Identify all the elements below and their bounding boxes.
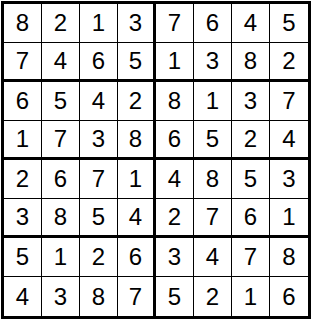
cell-r2c5[interactable]: 1 [156,43,194,82]
cell-digit: 2 [282,49,295,73]
cell-r6c4[interactable]: 4 [118,199,156,238]
cell-r6c2[interactable]: 8 [42,199,80,238]
cell-digit: 2 [92,245,105,269]
cell-digit: 6 [282,285,295,309]
cell-digit: 3 [282,167,295,191]
cell-r2c6[interactable]: 3 [194,43,232,82]
cell-digit: 1 [168,49,181,73]
cell-r6c6[interactable]: 7 [194,199,232,238]
cell-r8c1[interactable]: 4 [4,277,42,316]
cell-r1c1[interactable]: 8 [4,4,42,43]
cell-r4c1[interactable]: 1 [4,121,42,160]
cell-digit: 8 [92,285,105,309]
cell-r3c8[interactable]: 7 [270,82,308,121]
cell-r7c8[interactable]: 8 [270,238,308,277]
cell-digit: 7 [244,245,257,269]
cell-r7c1[interactable]: 5 [4,238,42,277]
cell-digit: 8 [244,49,257,73]
cell-digit: 6 [92,49,105,73]
cell-r2c7[interactable]: 8 [232,43,270,82]
cell-digit: 8 [129,127,142,151]
cell-digit: 2 [244,127,257,151]
cell-r5c2[interactable]: 6 [42,160,80,199]
cell-digit: 3 [129,11,142,35]
cell-r7c6[interactable]: 4 [194,238,232,277]
cell-r4c6[interactable]: 5 [194,121,232,160]
cell-r1c3[interactable]: 1 [80,4,118,43]
cell-digit: 8 [282,245,295,269]
cell-digit: 6 [54,167,67,191]
cell-digit: 6 [244,205,257,229]
cell-digit: 1 [244,285,257,309]
sudoku-board: 8213764574651382654281371738652426714853… [1,1,311,319]
cell-r6c1[interactable]: 3 [4,199,42,238]
cell-digit: 1 [16,127,29,151]
cell-digit: 3 [54,285,67,309]
cell-digit: 3 [16,205,29,229]
cell-digit: 7 [92,167,105,191]
cell-r6c8[interactable]: 1 [270,199,308,238]
cell-digit: 7 [206,205,219,229]
cell-r2c2[interactable]: 4 [42,43,80,82]
cell-r2c1[interactable]: 7 [4,43,42,82]
cell-digit: 1 [206,89,219,113]
cell-digit: 7 [129,285,142,309]
cell-r1c2[interactable]: 2 [42,4,80,43]
cell-r4c3[interactable]: 3 [80,121,118,160]
cell-digit: 2 [168,205,181,229]
cell-r8c5[interactable]: 5 [156,277,194,316]
cell-digit: 3 [206,49,219,73]
cell-digit: 5 [206,127,219,151]
cell-digit: 4 [244,11,257,35]
cell-digit: 2 [206,285,219,309]
cell-r3c6[interactable]: 1 [194,82,232,121]
cell-digit: 5 [92,205,105,229]
cell-digit: 4 [16,285,29,309]
cell-r2c4[interactable]: 5 [118,43,156,82]
cell-r1c8[interactable]: 5 [270,4,308,43]
cell-digit: 2 [16,167,29,191]
cell-digit: 2 [54,11,67,35]
cell-digit: 4 [206,245,219,269]
cell-digit: 8 [54,205,67,229]
cell-r7c4[interactable]: 6 [118,238,156,277]
cell-r7c7[interactable]: 7 [232,238,270,277]
cell-r6c7[interactable]: 6 [232,199,270,238]
cell-r6c3[interactable]: 5 [80,199,118,238]
cell-r8c8[interactable]: 6 [270,277,308,316]
cell-r3c7[interactable]: 3 [232,82,270,121]
cell-digit: 3 [168,245,181,269]
cell-digit: 7 [54,127,67,151]
cell-r1c4[interactable]: 3 [118,4,156,43]
cell-r4c2[interactable]: 7 [42,121,80,160]
cell-digit: 4 [282,127,295,151]
cell-r4c5[interactable]: 6 [156,121,194,160]
cell-digit: 8 [16,11,29,35]
cell-digit: 3 [244,89,257,113]
cell-digit: 5 [16,245,29,269]
cell-r4c8[interactable]: 4 [270,121,308,160]
cell-digit: 4 [92,89,105,113]
cell-digit: 3 [92,127,105,151]
cell-r3c2[interactable]: 5 [42,82,80,121]
cell-digit: 2 [129,89,142,113]
cell-digit: 1 [92,11,105,35]
cell-r3c5[interactable]: 8 [156,82,194,121]
cell-digit: 7 [282,89,295,113]
cell-r3c4[interactable]: 2 [118,82,156,121]
cell-r1c7[interactable]: 4 [232,4,270,43]
cell-r4c7[interactable]: 2 [232,121,270,160]
cell-r2c8[interactable]: 2 [270,43,308,82]
cell-r5c6[interactable]: 8 [194,160,232,199]
cell-r3c1[interactable]: 6 [4,82,42,121]
cell-r5c4[interactable]: 1 [118,160,156,199]
cell-digit: 6 [129,245,142,269]
cell-r4c4[interactable]: 8 [118,121,156,160]
cell-r8c4[interactable]: 7 [118,277,156,316]
cell-digit: 4 [54,49,67,73]
cell-digit: 4 [168,167,181,191]
cell-r5c5[interactable]: 4 [156,160,194,199]
cell-digit: 8 [168,89,181,113]
cell-r5c3[interactable]: 7 [80,160,118,199]
cell-r6c5[interactable]: 2 [156,199,194,238]
cell-digit: 1 [129,167,142,191]
cell-digit: 8 [206,167,219,191]
cell-digit: 1 [282,205,295,229]
cell-r8c6[interactable]: 2 [194,277,232,316]
cell-digit: 7 [168,11,181,35]
cell-r7c2[interactable]: 1 [42,238,80,277]
cell-digit: 6 [168,127,181,151]
cell-r5c1[interactable]: 2 [4,160,42,199]
cell-digit: 5 [244,167,257,191]
cell-r8c2[interactable]: 3 [42,277,80,316]
cell-r3c3[interactable]: 4 [80,82,118,121]
cell-digit: 5 [282,11,295,35]
cell-digit: 1 [54,245,67,269]
cell-r7c5[interactable]: 3 [156,238,194,277]
cell-r5c8[interactable]: 3 [270,160,308,199]
cell-r8c3[interactable]: 8 [80,277,118,316]
cell-digit: 5 [54,89,67,113]
cell-digit: 6 [206,11,219,35]
cell-r1c6[interactable]: 6 [194,4,232,43]
cell-r7c3[interactable]: 2 [80,238,118,277]
cell-r1c5[interactable]: 7 [156,4,194,43]
cell-digit: 7 [16,49,29,73]
cell-r8c7[interactable]: 1 [232,277,270,316]
cell-digit: 5 [129,49,142,73]
cell-r5c7[interactable]: 5 [232,160,270,199]
cell-digit: 6 [16,89,29,113]
cell-r2c3[interactable]: 6 [80,43,118,82]
cell-digit: 5 [168,285,181,309]
cell-digit: 4 [129,205,142,229]
